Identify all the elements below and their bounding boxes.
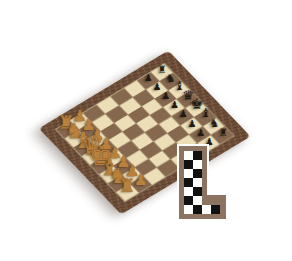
marker-cell (193, 178, 202, 187)
marker-cell (184, 151, 193, 160)
marker-cell (193, 169, 202, 178)
marker-cell (211, 205, 220, 214)
marker-cell (193, 187, 202, 196)
marker-cell (184, 187, 193, 196)
chess-set-photo: ♜♞♝♛♚♝♞♜♟♟♟♟♟♟♟♟♟♟♟♟♟♟♟♟♜♞♝♛♚♝♞♜ (0, 0, 292, 261)
marker-cell (184, 160, 193, 169)
marker-cell (184, 196, 193, 205)
marker-cell (193, 151, 202, 160)
scale-marker (179, 146, 226, 219)
marker-cell (193, 196, 202, 205)
marker-cell (184, 205, 193, 214)
marker-cell (193, 160, 202, 169)
marker-cell (202, 205, 211, 214)
marker-cell (193, 205, 202, 214)
marker-cell (184, 169, 193, 178)
marker-cell (184, 178, 193, 187)
